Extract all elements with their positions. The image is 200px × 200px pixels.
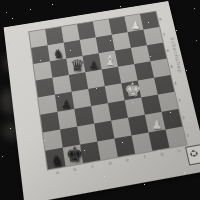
brand-logo	[185, 144, 200, 165]
piece-black-knight-a1: ♞	[50, 153, 64, 168]
file-label-a: a	[48, 168, 66, 176]
file-label-c: c	[83, 162, 101, 170]
logo-arrow-icon	[196, 150, 200, 155]
chess-board-sheet: ♟♞♛♟♝♟♚♟♞♚ abcdefgh 87654321 Schachshop	[4, 1, 200, 200]
film-grain-speckles	[0, 0, 1, 1]
chessboard-photo: ♟♞♛♟♝♟♚♟♞♚ abcdefgh 87654321 Schachshop	[0, 0, 200, 200]
file-label-f: f	[136, 153, 154, 161]
square-h1	[165, 127, 186, 148]
piece-black-queen-c6: ♛	[69, 58, 84, 74]
logo-arrow-icon	[193, 155, 198, 160]
piece-white-bishop-e6: ♝	[103, 54, 116, 68]
file-label-d: d	[101, 159, 119, 167]
file-label-b: b	[66, 165, 84, 173]
file-label-g: g	[153, 150, 171, 158]
logo-arrow-icon	[188, 152, 193, 157]
file-label-e: e	[118, 156, 136, 164]
piece-black-knight-b7: ♞	[52, 47, 65, 60]
